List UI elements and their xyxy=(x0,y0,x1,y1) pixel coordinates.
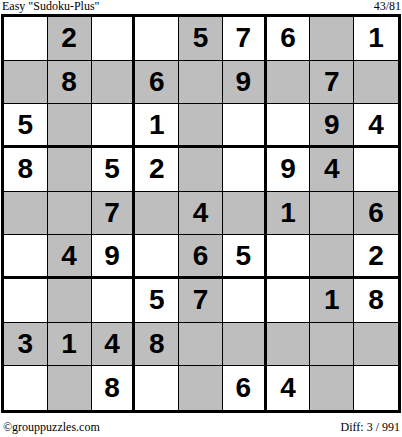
cell-r6c4[interactable] xyxy=(135,235,179,279)
cell-r5c5[interactable]: 4 xyxy=(179,192,223,236)
cell-r4c9[interactable] xyxy=(354,148,398,192)
cell-r5c8[interactable] xyxy=(310,192,354,236)
cell-r4c6[interactable] xyxy=(223,148,267,192)
cell-r2c6[interactable]: 9 xyxy=(223,61,267,105)
cell-r1c6[interactable]: 7 xyxy=(223,17,267,61)
cell-r1c3[interactable] xyxy=(92,17,136,61)
cell-r8c7[interactable] xyxy=(267,323,311,367)
cell-r1c1[interactable] xyxy=(4,17,48,61)
cell-r1c5[interactable]: 5 xyxy=(179,17,223,61)
puzzle-page: Easy "Sudoku-Plus" 43/81 257618697519485… xyxy=(0,0,402,437)
cell-r3c6[interactable] xyxy=(223,104,267,148)
cell-r9c8[interactable] xyxy=(310,366,354,410)
puzzle-title: Easy "Sudoku-Plus" xyxy=(2,0,99,13)
cell-r2c9[interactable] xyxy=(354,61,398,105)
cell-r7c4[interactable]: 5 xyxy=(135,279,179,323)
cell-r6c6[interactable]: 5 xyxy=(223,235,267,279)
cell-r3c5[interactable] xyxy=(179,104,223,148)
cell-r5c9[interactable]: 6 xyxy=(354,192,398,236)
cell-r4c5[interactable] xyxy=(179,148,223,192)
cell-r9c2[interactable] xyxy=(48,366,92,410)
cell-r2c5[interactable] xyxy=(179,61,223,105)
cell-r7c7[interactable] xyxy=(267,279,311,323)
cell-r5c6[interactable] xyxy=(223,192,267,236)
cell-r2c8[interactable]: 7 xyxy=(310,61,354,105)
cell-r4c2[interactable] xyxy=(48,148,92,192)
cell-r9c3[interactable]: 8 xyxy=(92,366,136,410)
cell-r6c2[interactable]: 4 xyxy=(48,235,92,279)
cell-r3c7[interactable] xyxy=(267,104,311,148)
difficulty-text: Diff: 3 / 991 xyxy=(341,420,400,435)
cell-r7c2[interactable] xyxy=(48,279,92,323)
cell-r2c1[interactable] xyxy=(4,61,48,105)
cell-r9c4[interactable] xyxy=(135,366,179,410)
cell-r5c1[interactable] xyxy=(4,192,48,236)
cell-r8c4[interactable]: 8 xyxy=(135,323,179,367)
cell-r9c1[interactable] xyxy=(4,366,48,410)
cell-r1c9[interactable]: 1 xyxy=(354,17,398,61)
cell-r8c6[interactable] xyxy=(223,323,267,367)
cell-r3c9[interactable]: 4 xyxy=(354,104,398,148)
cell-r9c5[interactable] xyxy=(179,366,223,410)
cell-r2c4[interactable]: 6 xyxy=(135,61,179,105)
cell-r7c1[interactable] xyxy=(4,279,48,323)
cell-r8c3[interactable]: 4 xyxy=(92,323,136,367)
cell-r7c8[interactable]: 1 xyxy=(310,279,354,323)
cell-r8c5[interactable] xyxy=(179,323,223,367)
cell-r7c9[interactable]: 8 xyxy=(354,279,398,323)
copyright-text: ©grouppuzzles.com xyxy=(3,420,100,435)
cell-r5c4[interactable] xyxy=(135,192,179,236)
cell-r4c7[interactable]: 9 xyxy=(267,148,311,192)
cell-r8c8[interactable] xyxy=(310,323,354,367)
cell-r1c8[interactable] xyxy=(310,17,354,61)
footer: ©grouppuzzles.com Diff: 3 / 991 xyxy=(3,419,400,435)
cell-r2c7[interactable] xyxy=(267,61,311,105)
cell-r3c2[interactable] xyxy=(48,104,92,148)
cell-r4c4[interactable]: 2 xyxy=(135,148,179,192)
cell-r9c6[interactable]: 6 xyxy=(223,366,267,410)
cell-r1c2[interactable]: 2 xyxy=(48,17,92,61)
cell-r6c7[interactable] xyxy=(267,235,311,279)
cell-r4c8[interactable]: 4 xyxy=(310,148,354,192)
cell-r6c9[interactable]: 2 xyxy=(354,235,398,279)
cell-r5c2[interactable] xyxy=(48,192,92,236)
cell-r8c2[interactable]: 1 xyxy=(48,323,92,367)
cell-r9c7[interactable]: 4 xyxy=(267,366,311,410)
header: Easy "Sudoku-Plus" 43/81 xyxy=(2,0,401,13)
cell-r1c4[interactable] xyxy=(135,17,179,61)
cell-r6c5[interactable]: 6 xyxy=(179,235,223,279)
cell-r3c4[interactable]: 1 xyxy=(135,104,179,148)
cell-r9c9[interactable] xyxy=(354,366,398,410)
cell-r2c2[interactable]: 8 xyxy=(48,61,92,105)
cell-r2c3[interactable] xyxy=(92,61,136,105)
cell-r3c1[interactable]: 5 xyxy=(4,104,48,148)
sudoku-board: 25761869751948529474164965257183148864 xyxy=(1,14,401,413)
cell-r1c7[interactable]: 6 xyxy=(267,17,311,61)
cell-r6c3[interactable]: 9 xyxy=(92,235,136,279)
cell-r3c8[interactable]: 9 xyxy=(310,104,354,148)
cells-remaining-counter: 43/81 xyxy=(374,0,401,13)
cell-r8c1[interactable]: 3 xyxy=(4,323,48,367)
cell-r4c3[interactable]: 5 xyxy=(92,148,136,192)
cell-r7c3[interactable] xyxy=(92,279,136,323)
cell-r4c1[interactable]: 8 xyxy=(4,148,48,192)
cell-r5c3[interactable]: 7 xyxy=(92,192,136,236)
cell-r8c9[interactable] xyxy=(354,323,398,367)
cell-r6c8[interactable] xyxy=(310,235,354,279)
cell-r6c1[interactable] xyxy=(4,235,48,279)
cell-r3c3[interactable] xyxy=(92,104,136,148)
cell-r7c6[interactable] xyxy=(223,279,267,323)
cell-r5c7[interactable]: 1 xyxy=(267,192,311,236)
cell-r7c5[interactable]: 7 xyxy=(179,279,223,323)
